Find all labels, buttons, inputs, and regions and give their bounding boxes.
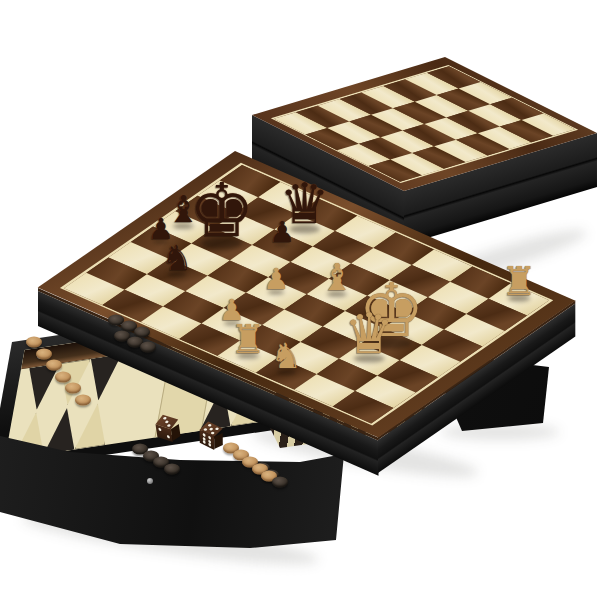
backgammon-checker-light[interactable] (46, 360, 62, 371)
die-face-side (171, 424, 181, 441)
die-pip (203, 428, 208, 431)
die-pip (209, 427, 214, 430)
tray-drop-shadow (20, 504, 321, 573)
die-pip (207, 424, 212, 427)
chess-piece-dark-king[interactable]: ♚ (189, 173, 255, 247)
die-pip (210, 431, 215, 434)
chess-piece-light-queen[interactable]: ♛ (344, 306, 394, 362)
backgammon-checker-dark[interactable] (164, 463, 180, 474)
die-face-side (214, 433, 223, 449)
backgammon-point-near (74, 401, 113, 450)
die[interactable] (155, 413, 191, 449)
die-pip (203, 440, 206, 444)
backgammon-checker-dark[interactable] (140, 342, 156, 353)
die[interactable] (198, 421, 234, 457)
backgammon-checker-light[interactable] (26, 337, 42, 348)
die-pip (166, 435, 169, 439)
backgammon-checker-light[interactable] (75, 395, 91, 406)
die-pip (159, 427, 162, 431)
backgammon-checker-dark[interactable] (272, 477, 288, 488)
chess-piece-light-pawn[interactable]: ♟ (263, 266, 289, 295)
backgammon-checker-light[interactable] (65, 383, 81, 394)
chess-piece-light-rook[interactable]: ♜ (501, 261, 537, 301)
backgammon-checker-light[interactable] (55, 371, 71, 382)
chess-piece-dark-knight[interactable]: ♞ (162, 241, 193, 276)
chess-piece-light-bishop[interactable]: ♝ (320, 259, 353, 296)
end-drop-shadow (440, 424, 560, 440)
die-pip (215, 427, 220, 430)
scene: { "scene": { "background": "#ffffff", "d… (0, 0, 600, 600)
chess-piece-dark-pawn[interactable]: ♟ (269, 218, 295, 247)
chess-piece-light-rook[interactable]: ♜ (230, 318, 266, 358)
screw-icon (147, 478, 153, 484)
die-pip (166, 424, 171, 427)
chess-piece-light-knight[interactable]: ♞ (271, 340, 302, 375)
die-pip (208, 443, 211, 447)
backgammon-checker-light[interactable] (36, 348, 52, 359)
